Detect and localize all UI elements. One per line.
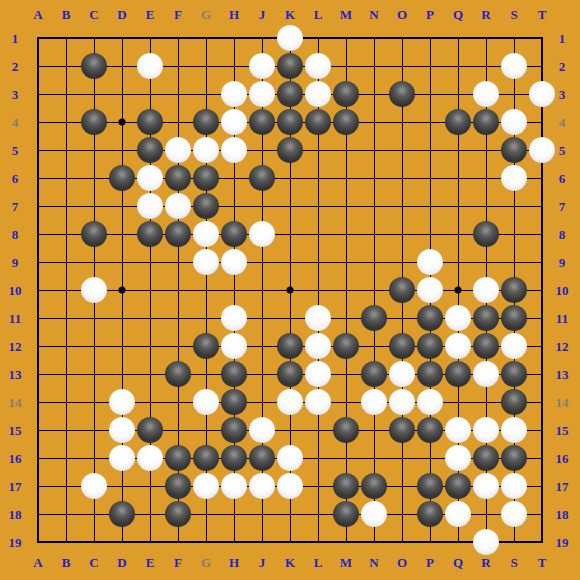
column-label-top: P [426,8,434,21]
stone-white[interactable] [221,333,247,359]
row-label-left: 11 [9,312,21,325]
stone-white[interactable] [529,81,555,107]
column-label-top: G [201,8,211,21]
row-label-right: 3 [559,88,566,101]
column-label-bottom: H [229,556,239,569]
stone-black[interactable] [501,305,527,331]
stone-white[interactable] [249,417,275,443]
row-label-left: 8 [12,228,19,241]
stone-white[interactable] [305,361,331,387]
stone-black[interactable] [193,165,219,191]
column-label-bottom: L [314,556,323,569]
column-label-bottom: N [369,556,378,569]
stone-white[interactable] [389,389,415,415]
column-label-bottom: A [33,556,42,569]
stone-black[interactable] [81,221,107,247]
stone-white[interactable] [221,109,247,135]
column-label-bottom: E [146,556,155,569]
stone-black[interactable] [109,501,135,527]
row-label-right: 17 [556,480,569,493]
stone-black[interactable] [81,109,107,135]
star-point [455,287,462,294]
stone-white[interactable] [473,361,499,387]
stone-white[interactable] [305,53,331,79]
stone-black[interactable] [305,109,331,135]
stone-black[interactable] [221,417,247,443]
stone-black[interactable] [417,361,443,387]
stone-black[interactable] [249,445,275,471]
stone-white[interactable] [473,81,499,107]
row-label-left: 4 [12,116,19,129]
stone-white[interactable] [305,333,331,359]
stone-white[interactable] [165,137,191,163]
star-point [287,287,294,294]
column-label-bottom: S [510,556,517,569]
row-label-right: 4 [559,116,566,129]
star-point [119,119,126,126]
stone-white[interactable] [137,193,163,219]
stone-black[interactable] [165,165,191,191]
row-label-right: 1 [559,32,566,45]
row-label-right: 10 [556,284,569,297]
column-label-bottom: K [285,556,295,569]
stone-black[interactable] [333,417,359,443]
row-label-left: 2 [12,60,19,73]
stone-black[interactable] [501,137,527,163]
row-label-left: 16 [9,452,22,465]
row-label-right: 9 [559,256,566,269]
stone-black[interactable] [473,221,499,247]
stone-white[interactable] [193,249,219,275]
stone-white[interactable] [417,277,443,303]
stone-black[interactable] [277,53,303,79]
column-label-top: S [510,8,517,21]
stone-black[interactable] [473,333,499,359]
stone-white[interactable] [445,417,471,443]
stone-white[interactable] [501,417,527,443]
stone-black[interactable] [249,109,275,135]
stone-black[interactable] [473,109,499,135]
stone-white[interactable] [501,473,527,499]
column-label-top: M [340,8,352,21]
stone-black[interactable] [473,305,499,331]
stone-white[interactable] [137,445,163,471]
stone-black[interactable] [221,361,247,387]
column-label-bottom: P [426,556,434,569]
column-label-top: Q [453,8,463,21]
stone-black[interactable] [221,445,247,471]
stone-black[interactable] [221,221,247,247]
stone-black[interactable] [137,221,163,247]
stone-white[interactable] [501,501,527,527]
row-label-left: 15 [9,424,22,437]
stone-white[interactable] [81,277,107,303]
column-label-top: J [259,8,266,21]
stone-black[interactable] [137,417,163,443]
stone-black[interactable] [417,473,443,499]
stone-black[interactable] [137,109,163,135]
column-label-top: E [146,8,155,21]
stone-white[interactable] [137,53,163,79]
stone-white[interactable] [109,445,135,471]
stone-black[interactable] [333,473,359,499]
stone-black[interactable] [389,417,415,443]
stone-white[interactable] [165,193,191,219]
stone-black[interactable] [277,137,303,163]
column-label-bottom: R [481,556,490,569]
row-label-right: 15 [556,424,569,437]
stone-black[interactable] [361,361,387,387]
column-label-top: B [62,8,71,21]
row-label-right: 16 [556,452,569,465]
row-label-left: 6 [12,172,19,185]
stone-white[interactable] [277,25,303,51]
stone-white[interactable] [445,445,471,471]
column-label-top: A [33,8,42,21]
column-label-bottom: D [117,556,126,569]
stone-black[interactable] [81,53,107,79]
stone-black[interactable] [445,361,471,387]
stone-black[interactable] [277,109,303,135]
stone-white[interactable] [305,389,331,415]
stone-black[interactable] [389,81,415,107]
row-label-left: 14 [9,396,22,409]
stone-black[interactable] [333,109,359,135]
stone-white[interactable] [389,361,415,387]
star-point [119,287,126,294]
column-label-bottom: Q [453,556,463,569]
column-label-top: F [174,8,182,21]
stone-white[interactable] [361,389,387,415]
column-label-top: D [117,8,126,21]
stone-black[interactable] [193,193,219,219]
row-label-right: 12 [556,340,569,353]
stone-black[interactable] [333,501,359,527]
column-label-bottom: O [397,556,407,569]
row-label-left: 12 [9,340,22,353]
row-label-left: 7 [12,200,19,213]
row-label-right: 14 [556,396,569,409]
stone-white[interactable] [501,53,527,79]
stone-white[interactable] [501,165,527,191]
stone-white[interactable] [193,221,219,247]
row-label-left: 10 [9,284,22,297]
stone-black[interactable] [333,333,359,359]
stone-white[interactable] [221,305,247,331]
stone-white[interactable] [277,389,303,415]
stone-black[interactable] [165,361,191,387]
stone-white[interactable] [529,137,555,163]
stone-white[interactable] [473,277,499,303]
stone-white[interactable] [221,249,247,275]
column-label-top: N [369,8,378,21]
stone-white[interactable] [417,249,443,275]
stone-white[interactable] [249,81,275,107]
go-board-app: AABBCCDDEEFFGGHHJJKKLLMMNNOOPPQQRRSSTT11… [0,0,580,580]
row-label-right: 7 [559,200,566,213]
row-label-left: 19 [9,536,22,549]
stone-black[interactable] [277,333,303,359]
stone-black[interactable] [109,165,135,191]
stone-black[interactable] [445,473,471,499]
stone-white[interactable] [445,333,471,359]
stone-white[interactable] [221,81,247,107]
go-board[interactable] [0,0,580,580]
stone-black[interactable] [417,501,443,527]
row-label-right: 13 [556,368,569,381]
stone-white[interactable] [249,53,275,79]
row-label-left: 3 [12,88,19,101]
stone-white[interactable] [361,501,387,527]
stone-black[interactable] [501,445,527,471]
column-label-top: R [481,8,490,21]
stone-black[interactable] [249,165,275,191]
column-label-top: O [397,8,407,21]
column-label-bottom: M [340,556,352,569]
stone-black[interactable] [389,277,415,303]
stone-black[interactable] [501,361,527,387]
stone-white[interactable] [445,305,471,331]
stone-black[interactable] [193,445,219,471]
stone-white[interactable] [81,473,107,499]
stone-white[interactable] [109,389,135,415]
column-label-top: H [229,8,239,21]
column-label-bottom: G [201,556,211,569]
row-label-left: 13 [9,368,22,381]
row-label-right: 2 [559,60,566,73]
column-label-bottom: J [259,556,266,569]
stone-white[interactable] [249,473,275,499]
stone-black[interactable] [277,81,303,107]
row-label-right: 18 [556,508,569,521]
stone-white[interactable] [193,473,219,499]
column-label-top: T [538,8,547,21]
stone-white[interactable] [473,529,499,555]
stone-white[interactable] [109,417,135,443]
column-label-top: C [89,8,98,21]
stone-white[interactable] [305,305,331,331]
stone-white[interactable] [417,389,443,415]
stone-black[interactable] [445,109,471,135]
stone-black[interactable] [417,305,443,331]
stone-black[interactable] [165,473,191,499]
row-label-right: 6 [559,172,566,185]
stone-white[interactable] [501,109,527,135]
column-label-bottom: F [174,556,182,569]
row-label-right: 19 [556,536,569,549]
stone-black[interactable] [361,473,387,499]
stone-black[interactable] [417,417,443,443]
stone-white[interactable] [445,501,471,527]
stone-black[interactable] [417,333,443,359]
stone-black[interactable] [137,137,163,163]
stone-white[interactable] [193,389,219,415]
stone-white[interactable] [249,221,275,247]
row-label-left: 5 [12,144,19,157]
row-label-left: 17 [9,480,22,493]
stone-white[interactable] [473,473,499,499]
stone-black[interactable] [165,501,191,527]
row-label-right: 11 [556,312,568,325]
row-label-left: 1 [12,32,19,45]
stone-black[interactable] [193,109,219,135]
stone-white[interactable] [221,137,247,163]
column-label-bottom: C [89,556,98,569]
stone-black[interactable] [165,221,191,247]
stone-black[interactable] [361,305,387,331]
column-label-bottom: T [538,556,547,569]
row-label-left: 18 [9,508,22,521]
stone-black[interactable] [333,81,359,107]
stone-black[interactable] [193,333,219,359]
stone-black[interactable] [277,361,303,387]
stone-black[interactable] [165,445,191,471]
column-label-top: L [314,8,323,21]
stone-white[interactable] [473,417,499,443]
stone-white[interactable] [305,81,331,107]
stone-white[interactable] [277,473,303,499]
row-label-right: 5 [559,144,566,157]
stone-black[interactable] [501,277,527,303]
stone-black[interactable] [501,389,527,415]
stone-white[interactable] [277,445,303,471]
stone-white[interactable] [221,473,247,499]
stone-white[interactable] [501,333,527,359]
stone-black[interactable] [473,445,499,471]
column-label-bottom: B [62,556,71,569]
row-label-left: 9 [12,256,19,269]
column-label-top: K [285,8,295,21]
stone-white[interactable] [137,165,163,191]
stone-black[interactable] [221,389,247,415]
row-label-right: 8 [559,228,566,241]
stone-white[interactable] [193,137,219,163]
stone-black[interactable] [389,333,415,359]
